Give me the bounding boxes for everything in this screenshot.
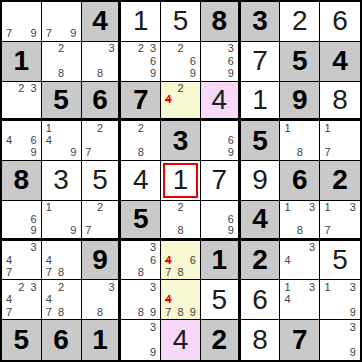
empty-mark-slot [225, 122, 237, 134]
given-digit: 3 [252, 7, 268, 35]
empty-mark-slot [306, 147, 318, 159]
empty-mark-slot [321, 135, 334, 147]
empty-mark-slot [147, 334, 159, 347]
empty-mark-slot [15, 202, 27, 214]
given-digit: 1 [14, 47, 30, 75]
empty-mark-slot [281, 225, 293, 237]
empty-mark-slot [55, 122, 67, 134]
cell-r8c2[interactable]: 2478 [42, 280, 82, 320]
pencil-marks: 368 [122, 242, 159, 279]
cell-r2c1[interactable]: 1 [2, 42, 42, 82]
pencil-marks: 38 [83, 281, 118, 318]
empty-mark-slot [83, 135, 95, 147]
cell-r4c6[interactable]: 69 [201, 121, 241, 161]
solved-digit: 6 [252, 286, 268, 314]
empty-mark-slot [346, 213, 359, 225]
empty-mark-slot [213, 225, 225, 237]
pencil-marks: 478 [43, 242, 80, 279]
cell-r6c4[interactable]: 5 [121, 201, 161, 241]
empty-mark-slot [3, 225, 15, 237]
solved-digit: 5 [173, 7, 189, 35]
cell-r6c2[interactable]: 19 [42, 201, 82, 241]
pencil-marks: 389 [122, 281, 159, 318]
empty-mark-slot [122, 135, 134, 147]
candidate-4: 4 [3, 294, 15, 306]
empty-mark-slot [174, 254, 186, 266]
candidate-9: 9 [67, 28, 79, 40]
cell-r2c2[interactable]: 28 [42, 42, 82, 82]
candidate-3: 3 [28, 83, 40, 95]
candidate-4: 4 [43, 294, 55, 306]
empty-mark-slot [334, 225, 347, 237]
cell-r7c9[interactable]: 5 [320, 241, 360, 281]
candidate-7: 7 [321, 147, 334, 159]
pencil-marks: 138 [281, 202, 318, 237]
empty-mark-slot [55, 28, 67, 40]
cell-r9c9[interactable]: 39 [320, 320, 360, 360]
candidate-2: 2 [135, 43, 147, 55]
empty-mark-slot [55, 254, 67, 266]
candidate-7: 7 [43, 28, 55, 40]
candidate-7: 7 [162, 306, 174, 318]
empty-mark-slot [106, 294, 118, 306]
empty-mark-slot [306, 294, 318, 306]
empty-mark-slot [3, 3, 15, 15]
empty-mark-slot [346, 135, 359, 147]
empty-mark-slot [106, 55, 118, 67]
empty-mark-slot [147, 294, 159, 306]
cell-r3c9[interactable]: 8 [320, 82, 360, 122]
empty-mark-slot [55, 202, 67, 214]
empty-mark-slot [334, 281, 347, 293]
cell-r5c3[interactable]: 5 [82, 161, 122, 201]
candidate-9: 9 [346, 306, 359, 318]
empty-mark-slot [122, 147, 134, 159]
cell-r7c3[interactable]: 9 [82, 241, 122, 281]
empty-mark-slot [122, 321, 134, 334]
given-digit: 6 [92, 86, 108, 114]
empty-mark-slot [106, 122, 118, 134]
candidate-4: 4 [281, 254, 293, 266]
empty-mark-slot [3, 94, 15, 106]
empty-mark-slot [321, 306, 334, 318]
given-digit: 2 [211, 326, 227, 354]
cell-r2c8[interactable]: 5 [280, 42, 320, 82]
empty-mark-slot [306, 254, 318, 266]
empty-mark-slot [281, 242, 293, 254]
cell-r5c8[interactable]: 6 [280, 161, 320, 201]
cell-r3c5[interactable]: 24 [161, 82, 201, 122]
cell-r5c6[interactable]: 7 [201, 161, 241, 201]
cell-r4c3[interactable]: 27 [82, 121, 122, 161]
cell-r1c8[interactable]: 2 [280, 2, 320, 42]
solved-digit: 7 [252, 47, 268, 75]
candidate-7: 7 [3, 266, 15, 278]
empty-mark-slot [294, 294, 306, 306]
cell-r3c2[interactable]: 5 [42, 82, 82, 122]
pencil-marks: 34 [281, 242, 318, 279]
empty-mark-slot [174, 281, 186, 293]
candidate-7: 7 [83, 147, 95, 159]
cell-r8c1[interactable]: 2347 [2, 280, 42, 320]
cell-r2c4[interactable]: 2369 [121, 42, 161, 82]
cell-r9c4[interactable]: 39 [121, 320, 161, 360]
candidate-2: 2 [94, 122, 106, 134]
empty-mark-slot [174, 94, 186, 106]
empty-mark-slot [67, 242, 79, 254]
candidate-8: 8 [55, 306, 67, 318]
solved-digit: 9 [252, 166, 268, 194]
candidate-3: 3 [225, 43, 237, 55]
cell-r9c5[interactable]: 4 [161, 320, 201, 360]
empty-mark-slot [281, 213, 293, 225]
given-digit: 9 [292, 86, 308, 114]
candidate-1: 1 [43, 202, 55, 214]
empty-mark-slot [213, 122, 225, 134]
empty-mark-slot [55, 294, 67, 306]
pencil-marks: 2478 [43, 281, 80, 318]
cell-r6c5[interactable]: 28 [161, 201, 201, 241]
empty-mark-slot [162, 225, 174, 237]
empty-mark-slot [135, 254, 147, 266]
pencil-marks: 39 [122, 321, 159, 359]
candidate-8: 8 [174, 306, 186, 318]
cell-r7c2[interactable]: 478 [42, 241, 82, 281]
empty-mark-slot [294, 122, 306, 134]
cell-r7c1[interactable]: 347 [2, 241, 42, 281]
cell-r5c5[interactable]: 1 [161, 161, 201, 201]
candidate-7: 7 [3, 28, 15, 40]
empty-mark-slot [3, 83, 15, 95]
cell-r2c9[interactable]: 4 [320, 42, 360, 82]
empty-mark-slot [83, 213, 95, 225]
cell-r3c1[interactable]: 23 [2, 82, 42, 122]
candidate-9: 9 [147, 67, 159, 79]
given-digit: 6 [292, 166, 308, 194]
candidate-8: 8 [94, 67, 106, 79]
empty-mark-slot [202, 122, 214, 134]
empty-mark-slot [94, 225, 106, 237]
cell-r5c9[interactable]: 2 [320, 161, 360, 201]
given-digit: 2 [252, 246, 268, 274]
pencil-marks: 27 [83, 202, 118, 237]
empty-mark-slot [294, 135, 306, 147]
candidate-2: 2 [15, 83, 27, 95]
empty-mark-slot [162, 213, 174, 225]
cell-r7c6[interactable]: 1 [201, 241, 241, 281]
candidate-8: 8 [174, 266, 186, 278]
empty-mark-slot [15, 213, 27, 225]
eliminated-candidate-4: 4 [162, 294, 174, 306]
empty-mark-slot [67, 254, 79, 266]
empty-mark-slot [15, 266, 27, 278]
candidate-3: 3 [147, 321, 159, 334]
empty-mark-slot [213, 135, 225, 147]
empty-mark-slot [294, 202, 306, 214]
cell-r8c9[interactable]: 139 [320, 280, 360, 320]
empty-mark-slot [43, 3, 55, 15]
empty-mark-slot [106, 67, 118, 79]
empty-mark-slot [55, 225, 67, 237]
cell-r9c8[interactable]: 7 [280, 320, 320, 360]
cell-r4c9[interactable]: 17 [320, 121, 360, 161]
empty-mark-slot [135, 281, 147, 293]
candidate-7: 7 [83, 225, 95, 237]
candidate-7: 7 [43, 266, 55, 278]
cell-r7c8[interactable]: 34 [280, 241, 320, 281]
cell-r9c2[interactable]: 6 [42, 320, 82, 360]
empty-mark-slot [28, 294, 40, 306]
given-digit: 4 [92, 7, 108, 35]
empty-mark-slot [15, 242, 27, 254]
empty-mark-slot [55, 3, 67, 15]
candidate-9: 9 [225, 225, 237, 237]
pencil-marks: 469 [3, 122, 40, 159]
cell-r5c4[interactable]: 4 [121, 161, 161, 201]
empty-mark-slot [346, 334, 359, 347]
cell-r1c3[interactable]: 4 [82, 2, 122, 42]
empty-mark-slot [281, 147, 293, 159]
candidate-9: 9 [67, 147, 79, 159]
empty-mark-slot [15, 306, 27, 318]
empty-mark-slot [83, 281, 95, 293]
empty-mark-slot [187, 83, 199, 95]
empty-mark-slot [83, 306, 95, 318]
cell-r8c4[interactable]: 389 [121, 280, 161, 320]
empty-mark-slot [334, 346, 347, 359]
given-digit: 8 [211, 7, 227, 35]
cell-r4c2[interactable]: 149 [42, 121, 82, 161]
cell-r3c6[interactable]: 4 [201, 82, 241, 122]
eliminated-candidate-4: 4 [162, 254, 174, 266]
pencil-marks: 137 [321, 202, 359, 237]
cell-r1c9[interactable]: 6 [320, 2, 360, 42]
empty-mark-slot [281, 135, 293, 147]
candidate-6: 6 [187, 254, 199, 266]
cell-r1c2[interactable]: 79 [42, 2, 82, 42]
cell-r4c4[interactable]: 28 [121, 121, 161, 161]
empty-mark-slot [15, 3, 27, 15]
empty-mark-slot [122, 55, 134, 67]
cell-r5c1[interactable]: 8 [2, 161, 42, 201]
empty-mark-slot [28, 266, 40, 278]
empty-mark-slot [147, 135, 159, 147]
candidate-1: 1 [43, 122, 55, 134]
cell-r4c5[interactable]: 3 [161, 121, 201, 161]
empty-mark-slot [43, 242, 55, 254]
cell-r8c5[interactable]: 4789 [161, 280, 201, 320]
empty-mark-slot [174, 106, 186, 118]
solved-digit: 1 [133, 7, 149, 35]
candidate-8: 8 [135, 306, 147, 318]
candidate-7: 7 [321, 225, 334, 237]
empty-mark-slot [306, 213, 318, 225]
pencil-marks: 39 [321, 321, 359, 359]
empty-mark-slot [346, 147, 359, 159]
empty-mark-slot [106, 306, 118, 318]
empty-mark-slot [3, 122, 15, 134]
candidate-1: 1 [321, 281, 334, 293]
empty-mark-slot [135, 67, 147, 79]
solved-digit: 7 [211, 166, 227, 194]
empty-mark-slot [94, 43, 106, 55]
pencil-marks: 134 [281, 281, 318, 318]
candidate-3: 3 [106, 43, 118, 55]
given-digit: 3 [173, 127, 189, 155]
empty-mark-slot [213, 147, 225, 159]
empty-mark-slot [106, 213, 118, 225]
empty-mark-slot [83, 294, 95, 306]
cell-r7c4[interactable]: 368 [121, 241, 161, 281]
empty-mark-slot [67, 3, 79, 15]
candidate-7: 7 [162, 266, 174, 278]
candidate-7: 7 [3, 306, 15, 318]
empty-mark-slot [174, 242, 186, 254]
empty-mark-slot [306, 122, 318, 134]
empty-mark-slot [135, 334, 147, 347]
empty-mark-slot [213, 213, 225, 225]
pencil-marks: 28 [43, 43, 80, 80]
cell-r4c1[interactable]: 469 [2, 121, 42, 161]
pencil-marks: 69 [202, 202, 237, 237]
empty-mark-slot [67, 122, 79, 134]
given-digit: 6 [53, 326, 69, 354]
candidate-1: 1 [281, 122, 293, 134]
cell-r1c4[interactable]: 1 [121, 2, 161, 42]
candidate-8: 8 [135, 266, 147, 278]
eliminated-candidate-4: 4 [162, 94, 174, 106]
candidate-4: 4 [3, 135, 15, 147]
empty-mark-slot [122, 122, 134, 134]
given-digit: 4 [252, 205, 268, 233]
cell-r1c5[interactable]: 5 [161, 2, 201, 42]
solved-digit: 5 [92, 166, 108, 194]
cell-r3c8[interactable]: 9 [280, 82, 320, 122]
cell-r6c3[interactable]: 27 [82, 201, 122, 241]
cell-r3c4[interactable]: 7 [121, 82, 161, 122]
pencil-marks: 23 [3, 83, 40, 118]
empty-mark-slot [67, 266, 79, 278]
cell-r6c8[interactable]: 138 [280, 201, 320, 241]
empty-mark-slot [187, 294, 199, 306]
candidate-3: 3 [106, 281, 118, 293]
cell-r5c7[interactable]: 9 [241, 161, 281, 201]
pencil-marks: 27 [83, 122, 118, 159]
empty-mark-slot [94, 294, 106, 306]
empty-mark-slot [122, 281, 134, 293]
cell-r2c3[interactable]: 38 [82, 42, 122, 82]
empty-mark-slot [213, 202, 225, 214]
cell-r9c7[interactable]: 8 [241, 320, 281, 360]
empty-mark-slot [346, 122, 359, 134]
empty-mark-slot [83, 202, 95, 214]
empty-mark-slot [187, 94, 199, 106]
empty-mark-slot [334, 334, 347, 347]
empty-mark-slot [334, 306, 347, 318]
empty-mark-slot [334, 122, 347, 134]
cell-r4c7[interactable]: 5 [241, 121, 281, 161]
empty-mark-slot [135, 346, 147, 359]
empty-mark-slot [162, 106, 174, 118]
candidate-3: 3 [346, 321, 359, 334]
empty-mark-slot [294, 266, 306, 278]
cell-r7c7[interactable]: 2 [241, 241, 281, 281]
candidate-2: 2 [55, 43, 67, 55]
empty-mark-slot [67, 15, 79, 27]
empty-mark-slot [67, 67, 79, 79]
cell-r1c6[interactable]: 8 [201, 2, 241, 42]
solved-digit: 6 [332, 7, 348, 35]
cell-r2c7[interactable]: 7 [241, 42, 281, 82]
sudoku-grid: 7979415832612838236926936975423567244198… [0, 0, 362, 362]
cell-r9c3[interactable]: 1 [82, 320, 122, 360]
cell-r1c7[interactable]: 3 [241, 2, 281, 42]
given-digit: 5 [53, 86, 69, 114]
empty-mark-slot [15, 147, 27, 159]
empty-mark-slot [321, 294, 334, 306]
cell-r6c7[interactable]: 4 [241, 201, 281, 241]
pencil-marks: 18 [281, 122, 318, 159]
empty-mark-slot [55, 15, 67, 27]
empty-mark-slot [346, 294, 359, 306]
empty-mark-slot [187, 43, 199, 55]
cell-r8c8[interactable]: 134 [280, 280, 320, 320]
cell-r9c1[interactable]: 5 [2, 320, 42, 360]
candidate-9: 9 [67, 225, 79, 237]
empty-mark-slot [225, 202, 237, 214]
cell-r6c6[interactable]: 69 [201, 201, 241, 241]
candidate-3: 3 [147, 281, 159, 293]
cell-r2c5[interactable]: 269 [161, 42, 201, 82]
empty-mark-slot [106, 202, 118, 214]
empty-mark-slot [28, 3, 40, 15]
candidate-1: 1 [321, 122, 334, 134]
empty-mark-slot [43, 67, 55, 79]
empty-mark-slot [67, 55, 79, 67]
empty-mark-slot [94, 281, 106, 293]
given-digit: 4 [332, 47, 348, 75]
candidate-6: 6 [187, 55, 199, 67]
candidate-3: 3 [346, 202, 359, 214]
cell-r4c8[interactable]: 18 [280, 121, 320, 161]
cell-r6c9[interactable]: 137 [320, 201, 360, 241]
cell-r5c2[interactable]: 3 [42, 161, 82, 201]
cell-r1c1[interactable]: 79 [2, 2, 42, 42]
cell-r8c3[interactable]: 38 [82, 280, 122, 320]
empty-mark-slot [213, 67, 225, 79]
empty-mark-slot [122, 266, 134, 278]
empty-mark-slot [135, 135, 147, 147]
empty-mark-slot [321, 346, 334, 359]
cell-r3c3[interactable]: 6 [82, 82, 122, 122]
empty-mark-slot [28, 122, 40, 134]
candidate-3: 3 [147, 242, 159, 254]
cell-r8c7[interactable]: 6 [241, 280, 281, 320]
candidate-2: 2 [55, 281, 67, 293]
cell-r2c6[interactable]: 369 [201, 42, 241, 82]
cell-r9c6[interactable]: 2 [201, 320, 241, 360]
empty-mark-slot [187, 242, 199, 254]
empty-mark-slot [15, 135, 27, 147]
cell-r6c1[interactable]: 69 [2, 201, 42, 241]
empty-mark-slot [28, 202, 40, 214]
given-digit: 7 [292, 326, 308, 354]
cell-r7c5[interactable]: 4678 [161, 241, 201, 281]
empty-mark-slot [28, 306, 40, 318]
empty-mark-slot [122, 43, 134, 55]
cell-r8c6[interactable]: 5 [201, 280, 241, 320]
cell-r3c7[interactable]: 1 [241, 82, 281, 122]
